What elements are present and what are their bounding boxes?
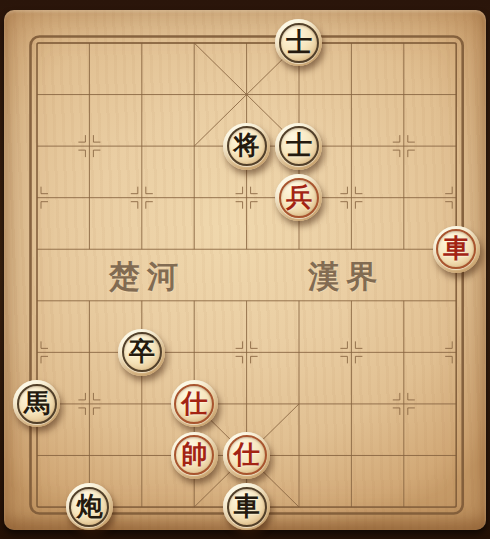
piece-character: 車 (443, 235, 469, 261)
piece-character: 士 (286, 132, 312, 158)
piece-black-soldier[interactable]: 卒 (118, 329, 165, 376)
piece-red-advisor-1[interactable]: 仕 (171, 380, 218, 427)
piece-red-chariot[interactable]: 車 (433, 226, 480, 273)
piece-character: 仕 (181, 390, 207, 416)
piece-character: 炮 (76, 493, 102, 519)
piece-black-chariot[interactable]: 車 (223, 483, 270, 530)
piece-black-advisor-2[interactable]: 士 (275, 123, 322, 170)
piece-character: 将 (234, 132, 260, 158)
piece-character: 卒 (129, 338, 155, 364)
piece-black-horse[interactable]: 馬 (13, 380, 60, 427)
piece-character: 帥 (181, 441, 207, 467)
xiangqi-board[interactable]: 楚河 漢界 士将士兵車卒馬仕帥仕炮車 (4, 10, 486, 530)
piece-black-general[interactable]: 将 (223, 123, 270, 170)
piece-layer: 士将士兵車卒馬仕帥仕炮車 (11, 17, 483, 533)
app-background: 楚河 漢界 士将士兵車卒馬仕帥仕炮車 (0, 0, 490, 539)
piece-red-advisor-2[interactable]: 仕 (223, 432, 270, 479)
piece-character: 仕 (234, 441, 260, 467)
piece-character: 車 (234, 493, 260, 519)
piece-red-soldier[interactable]: 兵 (275, 174, 322, 221)
piece-character: 馬 (24, 390, 50, 416)
piece-black-advisor-1[interactable]: 士 (275, 19, 322, 66)
piece-character: 士 (286, 29, 312, 55)
piece-black-cannon[interactable]: 炮 (66, 483, 113, 530)
piece-character: 兵 (286, 184, 312, 210)
piece-red-general[interactable]: 帥 (171, 432, 218, 479)
